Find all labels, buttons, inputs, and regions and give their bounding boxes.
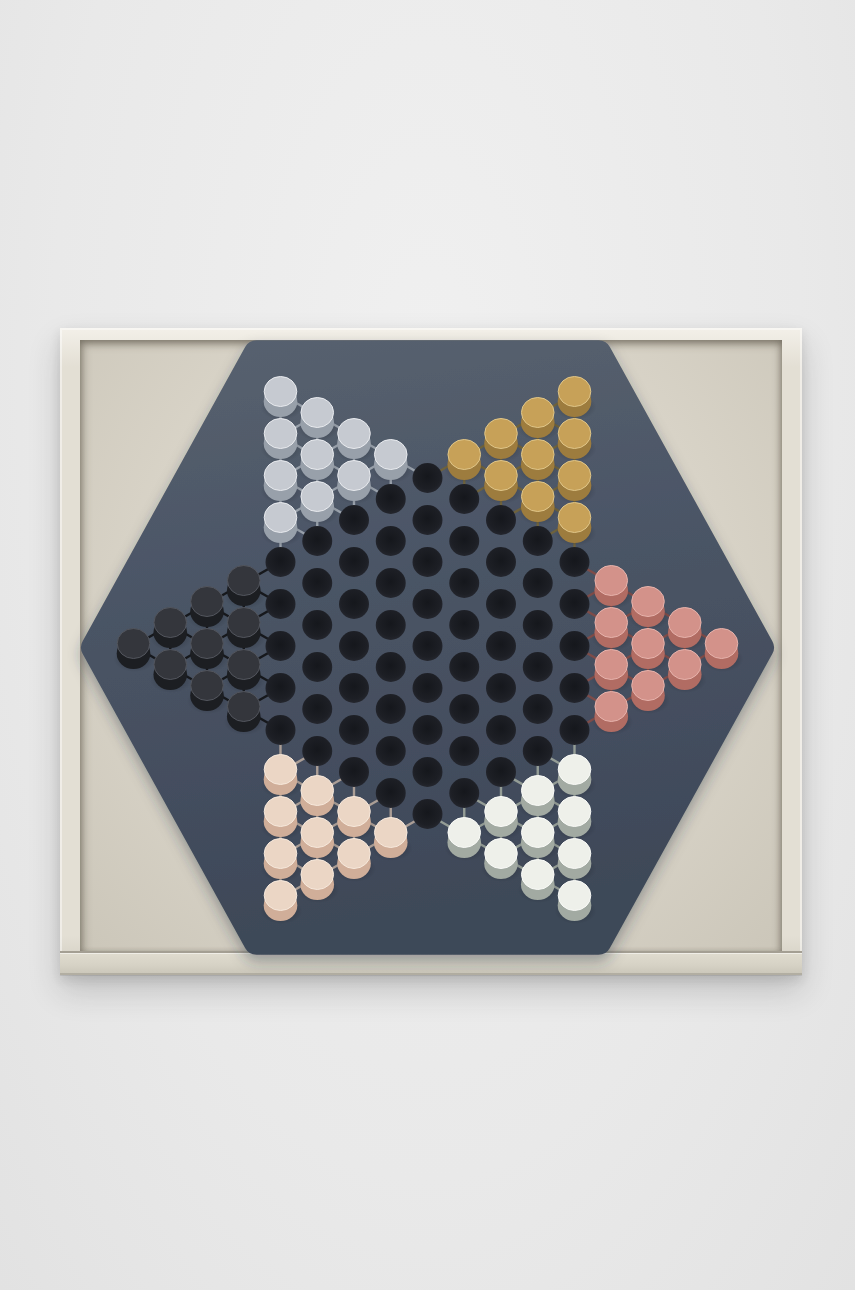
board-hole[interactable]	[486, 631, 516, 661]
board-hole[interactable]	[560, 589, 590, 619]
board-hole[interactable]	[266, 589, 296, 619]
board-hole[interactable]	[376, 652, 406, 682]
board-hole[interactable]	[486, 715, 516, 745]
board-hole[interactable]	[413, 589, 443, 619]
chinese-checkers-board	[0, 0, 855, 1290]
board-hole[interactable]	[376, 568, 406, 598]
board-hole[interactable]	[449, 694, 479, 724]
board-hole[interactable]	[486, 673, 516, 703]
board-hole[interactable]	[413, 505, 443, 535]
board-hole[interactable]	[560, 673, 590, 703]
board-hole[interactable]	[339, 715, 369, 745]
board-hole[interactable]	[376, 610, 406, 640]
board-hole[interactable]	[266, 673, 296, 703]
board-hole[interactable]	[523, 610, 553, 640]
board-hole[interactable]	[523, 736, 553, 766]
board-hole[interactable]	[486, 547, 516, 577]
board-hole[interactable]	[560, 547, 590, 577]
board-hole[interactable]	[339, 547, 369, 577]
board-hole[interactable]	[413, 799, 443, 829]
board-hole[interactable]	[413, 463, 443, 493]
board-hole[interactable]	[413, 757, 443, 787]
board-hole[interactable]	[302, 568, 332, 598]
board-hole[interactable]	[339, 589, 369, 619]
board-hole[interactable]	[376, 694, 406, 724]
board-hole[interactable]	[266, 631, 296, 661]
board-hole[interactable]	[413, 673, 443, 703]
board-hole[interactable]	[302, 694, 332, 724]
product-photo	[0, 0, 855, 1290]
board-hole[interactable]	[486, 589, 516, 619]
board-hole[interactable]	[339, 505, 369, 535]
board-hole[interactable]	[413, 715, 443, 745]
board-hole[interactable]	[302, 736, 332, 766]
board-hole[interactable]	[449, 568, 479, 598]
board-hole[interactable]	[449, 778, 479, 808]
board-hole[interactable]	[376, 736, 406, 766]
board-hole[interactable]	[266, 547, 296, 577]
board-hole[interactable]	[376, 484, 406, 514]
board-hole[interactable]	[523, 694, 553, 724]
board-hole[interactable]	[449, 652, 479, 682]
board-hole[interactable]	[449, 736, 479, 766]
board-hole[interactable]	[339, 757, 369, 787]
board-hole[interactable]	[413, 631, 443, 661]
board-hole[interactable]	[523, 526, 553, 556]
board-hole[interactable]	[523, 652, 553, 682]
board-hole[interactable]	[486, 505, 516, 535]
board-hole[interactable]	[449, 526, 479, 556]
board-hole[interactable]	[413, 547, 443, 577]
board-hole[interactable]	[449, 484, 479, 514]
board-hole[interactable]	[560, 631, 590, 661]
board-hole[interactable]	[302, 652, 332, 682]
board-hole[interactable]	[339, 673, 369, 703]
board-hole[interactable]	[302, 526, 332, 556]
board-hole[interactable]	[523, 568, 553, 598]
board-hole[interactable]	[339, 631, 369, 661]
board-hole[interactable]	[302, 610, 332, 640]
board-hole[interactable]	[376, 778, 406, 808]
board-hole[interactable]	[449, 610, 479, 640]
board-hole[interactable]	[376, 526, 406, 556]
board-hole[interactable]	[266, 715, 296, 745]
board-hole[interactable]	[560, 715, 590, 745]
board-hole[interactable]	[486, 757, 516, 787]
